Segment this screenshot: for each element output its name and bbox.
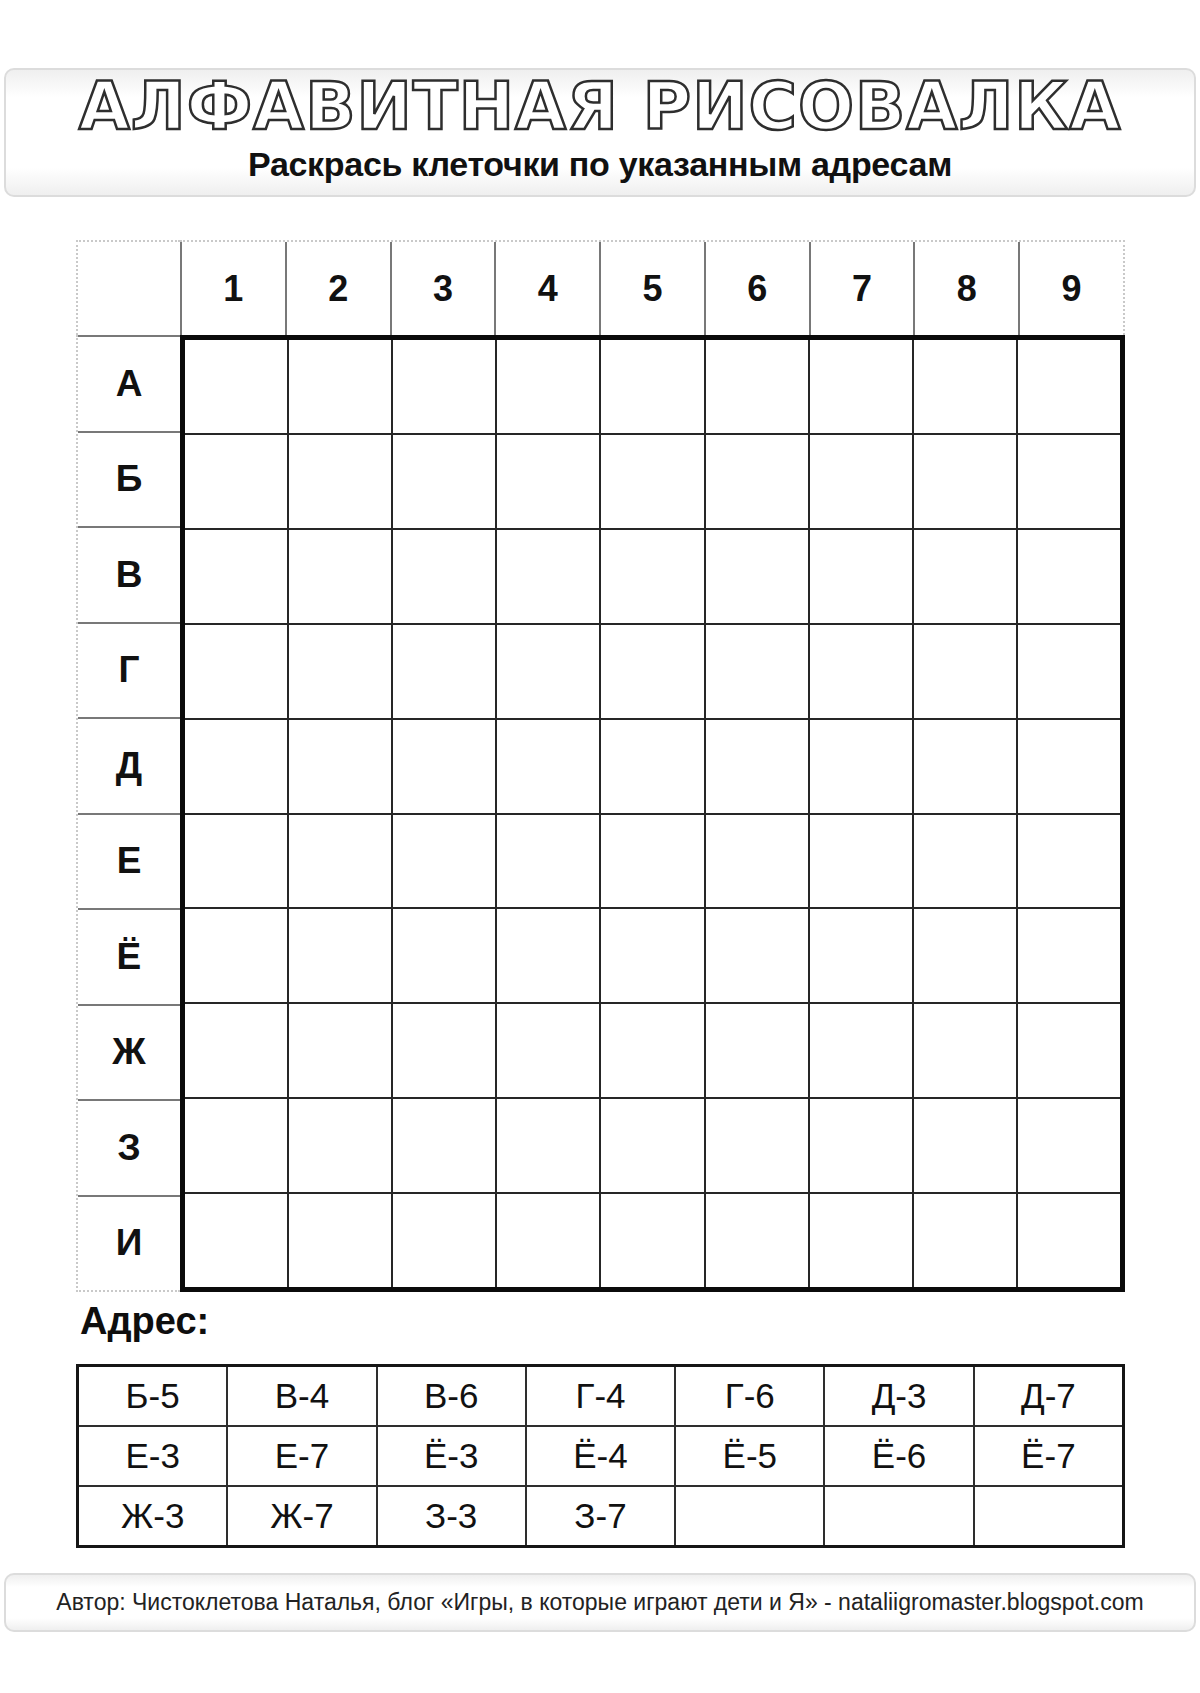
address-cell: Ё-7 [975, 1427, 1122, 1485]
grid-cell-З-2[interactable] [289, 1099, 391, 1192]
grid-cell-И-2[interactable] [289, 1194, 391, 1287]
row-label-З: З [78, 1099, 180, 1195]
grid-cell-Г-3[interactable] [393, 625, 495, 718]
grid-cell-Ё-6[interactable] [706, 909, 808, 1002]
grid-cell-З-5[interactable] [601, 1099, 703, 1192]
col-header-4: 4 [494, 242, 599, 335]
address-cell: Ё-3 [378, 1427, 525, 1485]
grid-cell-Ё-4[interactable] [497, 909, 599, 1002]
grid-cell-Б-4[interactable] [497, 435, 599, 528]
address-cell: Е-3 [79, 1427, 226, 1485]
grid-cell-Г-5[interactable] [601, 625, 703, 718]
grid-cell-Е-8[interactable] [914, 815, 1016, 908]
grid-cell-Ж-2[interactable] [289, 1004, 391, 1097]
grid-cell-З-1[interactable] [185, 1099, 287, 1192]
grid-cell-Д-7[interactable] [810, 720, 912, 813]
grid-cell-З-6[interactable] [706, 1099, 808, 1192]
grid-cell-И-4[interactable] [497, 1194, 599, 1287]
grid-cell-Б-3[interactable] [393, 435, 495, 528]
address-cell [975, 1487, 1122, 1545]
grid-cell-Ё-2[interactable] [289, 909, 391, 1002]
grid-cell-В-9[interactable] [1018, 530, 1120, 623]
address-cell: Г-6 [676, 1367, 823, 1425]
grid-cell-Е-7[interactable] [810, 815, 912, 908]
grid-cell-А-1[interactable] [185, 340, 287, 433]
row-label-Г: Г [78, 622, 180, 718]
grid-cell-Г-7[interactable] [810, 625, 912, 718]
grid-cell-И-7[interactable] [810, 1194, 912, 1287]
col-header-9: 9 [1018, 242, 1123, 335]
grid-cell-Ё-3[interactable] [393, 909, 495, 1002]
grid-cell-Ж-8[interactable] [914, 1004, 1016, 1097]
address-cell: Ё-6 [825, 1427, 972, 1485]
grid-cell-А-8[interactable] [914, 340, 1016, 433]
grid-cell-А-6[interactable] [706, 340, 808, 433]
grid-cell-Б-6[interactable] [706, 435, 808, 528]
address-cell: В-4 [228, 1367, 375, 1425]
address-cell: Ж-3 [79, 1487, 226, 1545]
col-header-7: 7 [809, 242, 914, 335]
col-header-1: 1 [180, 242, 285, 335]
col-header-8: 8 [913, 242, 1018, 335]
grid-cell-Д-1[interactable] [185, 720, 287, 813]
grid-cell-Ж-4[interactable] [497, 1004, 599, 1097]
grid-cell-Д-9[interactable] [1018, 720, 1120, 813]
board-corner [76, 240, 180, 335]
grid-cell-Б-8[interactable] [914, 435, 1016, 528]
row-label-Д: Д [78, 717, 180, 813]
address-cell [676, 1487, 823, 1545]
grid-cell-Ж-3[interactable] [393, 1004, 495, 1097]
page-subtitle: Раскрась клеточки по указанным адресам [6, 145, 1194, 184]
grid-cell-Б-9[interactable] [1018, 435, 1120, 528]
grid-cell-Ж-7[interactable] [810, 1004, 912, 1097]
grid-cell-В-3[interactable] [393, 530, 495, 623]
grid-cell-Г-4[interactable] [497, 625, 599, 718]
grid-cell-А-3[interactable] [393, 340, 495, 433]
address-table: Б-5 В-4 В-6 Г-4 Г-6 Д-3 Д-7 Е-3 Е-7 Ё-3 … [76, 1364, 1125, 1548]
col-header-5: 5 [599, 242, 704, 335]
col-header-2: 2 [285, 242, 390, 335]
grid-cell-В-5[interactable] [601, 530, 703, 623]
grid-cell-Д-2[interactable] [289, 720, 391, 813]
grid-cell-В-2[interactable] [289, 530, 391, 623]
row-label-И: И [78, 1195, 180, 1291]
grid-cell-Г-2[interactable] [289, 625, 391, 718]
grid-cell-В-7[interactable] [810, 530, 912, 623]
row-label-В: В [78, 526, 180, 622]
footer-band: Автор: Чистоклетова Наталья, блог «Игры,… [4, 1573, 1196, 1632]
grid-cell-Е-2[interactable] [289, 815, 391, 908]
grid-cell-Ж-5[interactable] [601, 1004, 703, 1097]
coordinate-board: 1 2 3 4 5 6 7 8 9 А Б В Г Д Е Ё Ж З И [76, 240, 1125, 1292]
row-label-Е: Е [78, 813, 180, 909]
address-cell: Ж-7 [228, 1487, 375, 1545]
col-header-6: 6 [704, 242, 809, 335]
grid-cell-Ё-7[interactable] [810, 909, 912, 1002]
row-label-А: А [78, 335, 180, 431]
address-cell: Б-5 [79, 1367, 226, 1425]
grid-cell-Ж-1[interactable] [185, 1004, 287, 1097]
column-headers: 1 2 3 4 5 6 7 8 9 [180, 240, 1125, 335]
address-cell: Ё-5 [676, 1427, 823, 1485]
grid-cell-Д-8[interactable] [914, 720, 1016, 813]
grid-cell-Б-1[interactable] [185, 435, 287, 528]
grid-cell-З-3[interactable] [393, 1099, 495, 1192]
grid-cell-И-6[interactable] [706, 1194, 808, 1287]
playfield [180, 335, 1125, 1292]
col-header-3: 3 [390, 242, 495, 335]
grid-cell-Ё-1[interactable] [185, 909, 287, 1002]
row-label-Ж: Ж [78, 1004, 180, 1100]
grid-cell-Ё-8[interactable] [914, 909, 1016, 1002]
header-band: АЛФАВИТНАЯ РИСОВАЛКА Раскрась клеточки п… [4, 68, 1196, 197]
grid-cell-Б-7[interactable] [810, 435, 912, 528]
address-cell: Г-4 [527, 1367, 674, 1425]
grid-cell-И-5[interactable] [601, 1194, 703, 1287]
grid-cell-В-6[interactable] [706, 530, 808, 623]
grid-cell-А-5[interactable] [601, 340, 703, 433]
grid-cell-Б-5[interactable] [601, 435, 703, 528]
grid-cell-З-4[interactable] [497, 1099, 599, 1192]
row-label-Ё: Ё [78, 908, 180, 1004]
grid-cell-И-9[interactable] [1018, 1194, 1120, 1287]
grid-cell-Е-9[interactable] [1018, 815, 1120, 908]
grid-cell-Г-1[interactable] [185, 625, 287, 718]
grid-cell-Г-9[interactable] [1018, 625, 1120, 718]
grid-cell-Д-3[interactable] [393, 720, 495, 813]
grid-cell-Ж-9[interactable] [1018, 1004, 1120, 1097]
author-credit: Автор: Чистоклетова Наталья, блог «Игры,… [56, 1589, 1143, 1616]
grid-cell-И-1[interactable] [185, 1194, 287, 1287]
grid-cell-Д-4[interactable] [497, 720, 599, 813]
grid-cell-Е-4[interactable] [497, 815, 599, 908]
grid-cell-Е-3[interactable] [393, 815, 495, 908]
grid-cell-З-9[interactable] [1018, 1099, 1120, 1192]
grid-cell-Б-2[interactable] [289, 435, 391, 528]
grid-cell-А-7[interactable] [810, 340, 912, 433]
grid-cell-З-8[interactable] [914, 1099, 1016, 1192]
address-cell: Ё-4 [527, 1427, 674, 1485]
address-cell [825, 1487, 972, 1545]
grid-cell-Д-5[interactable] [601, 720, 703, 813]
grid-cell-Ж-6[interactable] [706, 1004, 808, 1097]
grid-cell-И-3[interactable] [393, 1194, 495, 1287]
grid-cell-Е-6[interactable] [706, 815, 808, 908]
grid-cell-З-7[interactable] [810, 1099, 912, 1192]
grid-cell-Г-8[interactable] [914, 625, 1016, 718]
grid-cell-В-8[interactable] [914, 530, 1016, 623]
address-cell: Е-7 [228, 1427, 375, 1485]
grid-cell-Д-6[interactable] [706, 720, 808, 813]
grid-cell-Е-1[interactable] [185, 815, 287, 908]
grid-cell-Ё-5[interactable] [601, 909, 703, 1002]
address-list-title: Адрес: [80, 1300, 209, 1343]
grid-cell-Г-6[interactable] [706, 625, 808, 718]
page-title: АЛФАВИТНАЯ РИСОВАЛКА [6, 71, 1194, 143]
grid-cell-И-8[interactable] [914, 1194, 1016, 1287]
address-cell: В-6 [378, 1367, 525, 1425]
address-cell: З-7 [527, 1487, 674, 1545]
grid-cell-А-4[interactable] [497, 340, 599, 433]
address-cell: З-3 [378, 1487, 525, 1545]
row-labels: А Б В Г Д Е Ё Ж З И [76, 335, 180, 1292]
grid-cell-В-1[interactable] [185, 530, 287, 623]
row-label-Б: Б [78, 431, 180, 527]
grid-cell-В-4[interactable] [497, 530, 599, 623]
grid-cell-Е-5[interactable] [601, 815, 703, 908]
address-cell: Д-3 [825, 1367, 972, 1425]
grid-cell-Ё-9[interactable] [1018, 909, 1120, 1002]
grid-cell-А-9[interactable] [1018, 340, 1120, 433]
grid-cell-А-2[interactable] [289, 340, 391, 433]
address-cell: Д-7 [975, 1367, 1122, 1425]
